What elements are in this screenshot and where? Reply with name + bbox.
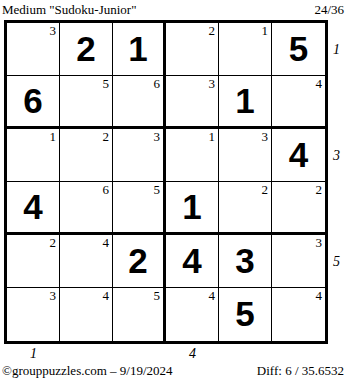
cell-r3c1[interactable]: 1 [7, 129, 60, 182]
cell-r2c6[interactable]: 4 [272, 76, 325, 129]
cell-r6c3[interactable]: 5 [113, 288, 166, 341]
corner-mark: 5 [154, 288, 161, 303]
cell-r4c5[interactable]: 2 [219, 182, 272, 235]
cell-r3c6[interactable]: 4 [272, 129, 325, 182]
row-label-right-3: 3 [333, 148, 340, 164]
corner-mark: 2 [50, 235, 57, 250]
cell-r6c1[interactable]: 3 [7, 288, 60, 341]
cell-r3c3[interactable]: 3 [113, 129, 166, 182]
corner-mark: 3 [154, 129, 161, 144]
puzzle-title: Medium "Sudoku-Junior" [2, 2, 136, 18]
cell-r1c2[interactable]: 2 [60, 23, 113, 76]
given-digit: 2 [128, 243, 147, 278]
copyright-text: ©grouppuzzles.com – 9/19/2024 [2, 363, 173, 379]
cell-r2c4[interactable]: 3 [166, 76, 219, 129]
cell-r2c1[interactable]: 6 [7, 76, 60, 129]
given-digit: 6 [23, 83, 42, 118]
cell-r2c3[interactable]: 6 [113, 76, 166, 129]
given-digit: 3 [235, 243, 254, 278]
corner-mark: 3 [50, 23, 57, 38]
corner-mark: 1 [50, 129, 57, 144]
cell-r6c2[interactable]: 4 [60, 288, 113, 341]
corner-mark: 2 [209, 23, 216, 38]
cell-r3c4[interactable]: 1 [166, 129, 219, 182]
cell-r3c2[interactable]: 2 [60, 129, 113, 182]
cell-r1c4[interactable]: 2 [166, 23, 219, 76]
corner-mark: 2 [262, 182, 269, 197]
cell-r1c3[interactable]: 1 [113, 23, 166, 76]
row-label-right-1: 1 [333, 42, 340, 58]
empty-cell-counter: 24/36 [314, 2, 344, 18]
cell-r2c5[interactable]: 1 [219, 76, 272, 129]
cell-r6c6[interactable]: 4 [272, 288, 325, 341]
corner-mark: 5 [103, 76, 110, 91]
cell-r1c5[interactable]: 1 [219, 23, 272, 76]
corner-mark: 1 [209, 129, 216, 144]
corner-mark: 2 [316, 182, 323, 197]
corner-mark: 4 [103, 288, 110, 303]
cell-r5c2[interactable]: 4 [60, 235, 113, 288]
cell-r6c4[interactable]: 4 [166, 288, 219, 341]
corner-mark: 3 [50, 288, 57, 303]
given-digit: 4 [23, 189, 42, 224]
given-digit: 4 [182, 243, 201, 278]
board: 321215656314123134465122242433345454 [4, 20, 328, 344]
cell-r5c6[interactable]: 3 [272, 235, 325, 288]
row-label-right-5: 5 [333, 254, 340, 270]
given-digit: 5 [289, 31, 308, 66]
cell-r5c5[interactable]: 3 [219, 235, 272, 288]
corner-mark: 4 [316, 76, 323, 91]
given-digit: 4 [289, 137, 308, 172]
corner-mark: 4 [209, 288, 216, 303]
corner-mark: 3 [262, 129, 269, 144]
cell-r5c1[interactable]: 2 [7, 235, 60, 288]
corner-mark: 5 [154, 182, 161, 197]
given-digit: 1 [235, 83, 254, 118]
corner-mark: 6 [103, 182, 110, 197]
cell-r4c2[interactable]: 6 [60, 182, 113, 235]
cell-r4c1[interactable]: 4 [7, 182, 60, 235]
cell-r4c4[interactable]: 1 [166, 182, 219, 235]
col-label-bottom-1: 1 [30, 346, 37, 362]
corner-mark: 3 [316, 235, 323, 250]
corner-mark: 4 [103, 235, 110, 250]
corner-mark: 3 [209, 76, 216, 91]
cell-r5c3[interactable]: 2 [113, 235, 166, 288]
col-label-bottom-4: 4 [189, 346, 196, 362]
corner-mark: 6 [154, 76, 161, 91]
cell-r1c6[interactable]: 5 [272, 23, 325, 76]
given-digit: 1 [128, 31, 147, 66]
cell-r3c5[interactable]: 3 [219, 129, 272, 182]
given-digit: 5 [235, 296, 254, 331]
corner-mark: 2 [103, 129, 110, 144]
cell-r5c4[interactable]: 4 [166, 235, 219, 288]
given-digit: 2 [76, 31, 95, 66]
cell-r6c5[interactable]: 5 [219, 288, 272, 341]
corner-mark: 4 [316, 288, 323, 303]
difficulty-text: Diff: 6 / 35.6532 [257, 363, 344, 379]
corner-mark: 1 [262, 23, 269, 38]
cell-r1c1[interactable]: 3 [7, 23, 60, 76]
page: Medium "Sudoku-Junior" 24/36 32121565631… [0, 0, 347, 381]
given-digit: 1 [182, 189, 201, 224]
cell-r4c6[interactable]: 2 [272, 182, 325, 235]
cell-r4c3[interactable]: 5 [113, 182, 166, 235]
cell-r2c2[interactable]: 5 [60, 76, 113, 129]
